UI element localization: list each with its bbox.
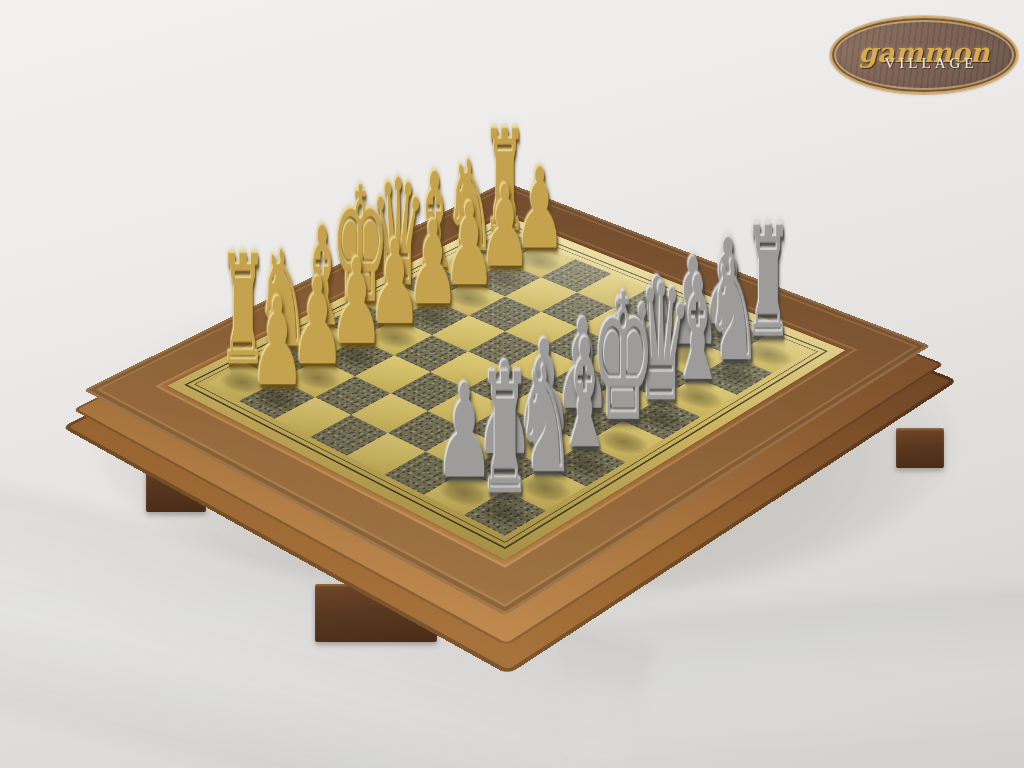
chess-board: ♜♟♟♜♞♟♟♞♝♟♟♝♛♟♟♛♚♟♟♚♝♟♟♝♞♟♟♞♜♟♟♜ xyxy=(84,182,931,616)
board-scene: ♜♟♟♜♞♟♟♞♝♟♟♝♛♟♟♛♚♟♟♚♝♟♟♝♞♟♟♞♜♟♟♜ xyxy=(0,0,1024,768)
brand-logo: gammon VILLAGE xyxy=(830,16,1018,94)
piece-glyph: ♜ xyxy=(458,352,553,518)
piece-glyph: ♟ xyxy=(217,283,337,404)
photo-backdrop: ♜♟♟♜♞♟♟♞♝♟♟♝♛♟♟♛♚♟♟♚♝♟♟♝♞♟♟♞♜♟♟♜ gammon … xyxy=(0,0,1024,768)
brand-logo-caps: VILLAGE xyxy=(885,55,978,72)
